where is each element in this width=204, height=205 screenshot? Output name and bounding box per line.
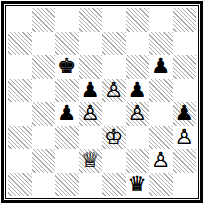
square-d3[interactable] [79, 126, 103, 150]
square-b6[interactable] [32, 55, 56, 79]
square-f4[interactable]: ♙ [126, 102, 150, 126]
square-f8[interactable] [126, 8, 150, 32]
square-f7[interactable] [126, 32, 150, 56]
square-e8[interactable] [102, 8, 126, 32]
square-c2[interactable] [55, 149, 79, 173]
square-c3[interactable] [55, 126, 79, 150]
square-c1[interactable] [55, 173, 79, 197]
square-e1[interactable] [102, 173, 126, 197]
square-g5[interactable] [149, 79, 173, 103]
square-e3[interactable]: ♔ [102, 126, 126, 150]
square-g6[interactable]: ♟ [149, 55, 173, 79]
square-a5[interactable] [8, 79, 32, 103]
square-a4[interactable] [8, 102, 32, 126]
square-g8[interactable] [149, 8, 173, 32]
piece-white-pawn: ♙ [175, 127, 194, 148]
square-b3[interactable] [32, 126, 56, 150]
square-h5[interactable] [173, 79, 197, 103]
square-c4[interactable]: ♟ [55, 102, 79, 126]
piece-black-king: ♚ [57, 56, 76, 77]
square-h6[interactable] [173, 55, 197, 79]
square-f2[interactable] [126, 149, 150, 173]
square-f1[interactable]: ♛ [126, 173, 150, 197]
square-h1[interactable] [173, 173, 197, 197]
piece-white-pawn: ♙ [104, 80, 123, 101]
square-g3[interactable] [149, 126, 173, 150]
square-h3[interactable]: ♙ [173, 126, 197, 150]
square-d7[interactable] [79, 32, 103, 56]
square-c6[interactable]: ♚ [55, 55, 79, 79]
square-b7[interactable] [32, 32, 56, 56]
square-d4[interactable]: ♙ [79, 102, 103, 126]
piece-white-pawn: ♙ [128, 103, 147, 124]
square-d6[interactable] [79, 55, 103, 79]
square-b4[interactable] [32, 102, 56, 126]
square-h8[interactable] [173, 8, 197, 32]
square-a3[interactable] [8, 126, 32, 150]
piece-white-pawn: ♙ [81, 103, 100, 124]
piece-black-pawn: ♟ [151, 56, 170, 77]
square-c8[interactable] [55, 8, 79, 32]
square-h2[interactable] [173, 149, 197, 173]
square-h4[interactable]: ♟ [173, 102, 197, 126]
square-d5[interactable]: ♟ [79, 79, 103, 103]
square-g7[interactable] [149, 32, 173, 56]
square-b5[interactable] [32, 79, 56, 103]
square-e7[interactable] [102, 32, 126, 56]
piece-white-pawn: ♙ [151, 150, 170, 171]
chess-board: ♚♟♟♙♟♟♙♙♟♔♙♕♙♛ [8, 8, 196, 196]
square-a8[interactable] [8, 8, 32, 32]
piece-black-pawn: ♟ [81, 80, 100, 101]
board-frame: ♚♟♟♙♟♟♙♙♟♔♙♕♙♛ [1, 1, 203, 203]
square-f3[interactable] [126, 126, 150, 150]
piece-black-pawn: ♟ [175, 103, 194, 124]
square-e2[interactable] [102, 149, 126, 173]
square-a2[interactable] [8, 149, 32, 173]
board-inner-frame: ♚♟♟♙♟♟♙♙♟♔♙♕♙♛ [5, 5, 199, 199]
square-a7[interactable] [8, 32, 32, 56]
piece-white-king: ♔ [104, 127, 123, 148]
square-f5[interactable]: ♟ [126, 79, 150, 103]
square-h7[interactable] [173, 32, 197, 56]
square-b8[interactable] [32, 8, 56, 32]
square-b1[interactable] [32, 173, 56, 197]
piece-black-queen: ♛ [128, 174, 147, 195]
square-f6[interactable] [126, 55, 150, 79]
square-e4[interactable] [102, 102, 126, 126]
square-g4[interactable] [149, 102, 173, 126]
piece-black-pawn: ♟ [57, 103, 76, 124]
square-d2[interactable]: ♕ [79, 149, 103, 173]
square-d8[interactable] [79, 8, 103, 32]
square-c7[interactable] [55, 32, 79, 56]
square-e6[interactable] [102, 55, 126, 79]
piece-white-queen: ♕ [81, 150, 100, 171]
piece-black-pawn: ♟ [128, 80, 147, 101]
square-d1[interactable] [79, 173, 103, 197]
square-g2[interactable]: ♙ [149, 149, 173, 173]
square-e5[interactable]: ♙ [102, 79, 126, 103]
square-c5[interactable] [55, 79, 79, 103]
square-a6[interactable] [8, 55, 32, 79]
square-b2[interactable] [32, 149, 56, 173]
square-g1[interactable] [149, 173, 173, 197]
square-a1[interactable] [8, 173, 32, 197]
